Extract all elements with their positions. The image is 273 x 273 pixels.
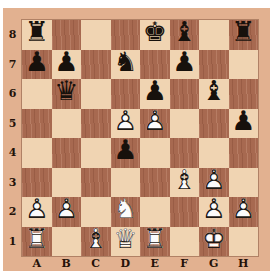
square-f3[interactable]: ♝♗ [170, 168, 200, 198]
black-rook-glyph: ♜ [22, 17, 52, 47]
square-e3[interactable] [140, 168, 170, 198]
square-a7[interactable]: ♟ [22, 50, 52, 80]
square-e4[interactable] [140, 138, 170, 168]
rank-label-2: 2 [3, 197, 22, 227]
white-pawn-outline: ♙ [199, 194, 229, 224]
piece-black-pawn[interactable]: ♟ [170, 47, 200, 77]
square-f2[interactable] [170, 197, 200, 227]
square-c3[interactable] [81, 168, 111, 198]
square-h4[interactable] [229, 138, 259, 168]
square-h1[interactable] [229, 227, 259, 257]
white-bishop-outline: ♗ [170, 165, 200, 195]
white-king-outline: ♔ [199, 224, 229, 254]
black-queen-glyph: ♛ [52, 76, 82, 106]
square-e8[interactable]: ♚ [140, 20, 170, 50]
white-bishop-outline: ♗ [81, 224, 111, 254]
black-pawn-glyph: ♟ [170, 47, 200, 77]
black-pawn-glyph: ♟ [140, 76, 170, 106]
white-pawn-outline: ♙ [229, 194, 259, 224]
piece-white-knight[interactable]: ♞♘ [111, 194, 141, 224]
chessboard-screenshot: 87654321 ABCDEFGH ♜♚♝♜♟♟♞♟♛♟♝♟♙♟♙♟♟♝♗♟♙♟… [0, 0, 273, 273]
square-b1[interactable] [52, 227, 82, 257]
file-label-b: B [52, 256, 82, 271]
square-c6[interactable] [81, 79, 111, 109]
file-label-h: H [229, 256, 259, 271]
white-knight-outline: ♘ [111, 194, 141, 224]
piece-white-bishop[interactable]: ♝♗ [81, 224, 111, 254]
file-label-c: C [81, 256, 111, 271]
piece-white-pawn[interactable]: ♟♙ [22, 194, 52, 224]
file-label-g: G [199, 256, 229, 271]
piece-black-bishop[interactable]: ♝ [170, 17, 200, 47]
square-d7[interactable]: ♞ [111, 50, 141, 80]
piece-black-queen[interactable]: ♛ [52, 76, 82, 106]
square-c4[interactable] [81, 138, 111, 168]
piece-black-bishop[interactable]: ♝ [199, 76, 229, 106]
square-f1[interactable] [170, 227, 200, 257]
rank-label-4: 4 [3, 138, 22, 168]
square-e1[interactable]: ♜♖ [140, 227, 170, 257]
file-label-e: E [140, 256, 170, 271]
rank-label-3: 3 [3, 168, 22, 198]
square-d1[interactable]: ♛♕ [111, 227, 141, 257]
piece-black-pawn[interactable]: ♟ [52, 47, 82, 77]
square-b6[interactable]: ♛ [52, 79, 82, 109]
black-pawn-glyph: ♟ [22, 47, 52, 77]
square-b2[interactable]: ♟♙ [52, 197, 82, 227]
rank-label-1: 1 [3, 227, 22, 257]
piece-black-rook[interactable]: ♜ [22, 17, 52, 47]
piece-white-rook[interactable]: ♜♖ [22, 224, 52, 254]
white-rook-outline: ♖ [22, 224, 52, 254]
square-f7[interactable]: ♟ [170, 50, 200, 80]
square-g5[interactable] [199, 109, 229, 139]
square-a4[interactable] [22, 138, 52, 168]
piece-black-pawn[interactable]: ♟ [140, 76, 170, 106]
piece-white-queen[interactable]: ♛♕ [111, 224, 141, 254]
white-rook-outline: ♖ [140, 224, 170, 254]
square-f5[interactable] [170, 109, 200, 139]
square-a5[interactable] [22, 109, 52, 139]
white-pawn-outline: ♙ [111, 106, 141, 136]
rank-label-7: 7 [3, 50, 22, 80]
white-pawn-outline: ♙ [140, 106, 170, 136]
piece-white-pawn[interactable]: ♟♙ [199, 165, 229, 195]
square-d4[interactable]: ♟ [111, 138, 141, 168]
rank-label-5: 5 [3, 109, 22, 139]
file-label-a: A [22, 256, 52, 271]
piece-black-pawn[interactable]: ♟ [22, 47, 52, 77]
black-pawn-glyph: ♟ [229, 106, 259, 136]
rank-labels: 87654321 [3, 20, 22, 256]
black-king-glyph: ♚ [140, 17, 170, 47]
piece-white-pawn[interactable]: ♟♙ [111, 106, 141, 136]
black-rook-glyph: ♜ [229, 17, 259, 47]
piece-white-pawn[interactable]: ♟♙ [140, 106, 170, 136]
square-h7[interactable] [229, 50, 259, 80]
white-pawn-outline: ♙ [52, 194, 82, 224]
black-pawn-glyph: ♟ [111, 135, 141, 165]
piece-black-rook[interactable]: ♜ [229, 17, 259, 47]
piece-white-pawn[interactable]: ♟♙ [199, 194, 229, 224]
white-pawn-outline: ♙ [199, 165, 229, 195]
square-e5[interactable]: ♟♙ [140, 109, 170, 139]
piece-black-knight[interactable]: ♞ [111, 47, 141, 77]
piece-white-rook[interactable]: ♜♖ [140, 224, 170, 254]
piece-white-king[interactable]: ♚♔ [199, 224, 229, 254]
file-label-f: F [170, 256, 200, 271]
square-b5[interactable] [52, 109, 82, 139]
square-c5[interactable] [81, 109, 111, 139]
black-bishop-glyph: ♝ [199, 76, 229, 106]
black-bishop-glyph: ♝ [170, 17, 200, 47]
square-c1[interactable]: ♝♗ [81, 227, 111, 257]
square-a6[interactable] [22, 79, 52, 109]
square-c7[interactable] [81, 50, 111, 80]
chess-board-frame: 87654321 ABCDEFGH ♜♚♝♜♟♟♞♟♛♟♝♟♙♟♙♟♟♝♗♟♙♟… [3, 8, 270, 271]
square-f6[interactable] [170, 79, 200, 109]
piece-white-pawn[interactable]: ♟♙ [52, 194, 82, 224]
piece-white-pawn[interactable]: ♟♙ [229, 194, 259, 224]
square-h8[interactable]: ♜ [229, 20, 259, 50]
square-b4[interactable] [52, 138, 82, 168]
squares-grid: ♜♚♝♜♟♟♞♟♛♟♝♟♙♟♙♟♟♝♗♟♙♟♙♟♙♞♘♟♙♟♙♜♖♝♗♛♕♜♖♚… [22, 20, 258, 256]
rank-label-6: 6 [3, 79, 22, 109]
square-a1[interactable]: ♜♖ [22, 227, 52, 257]
black-pawn-glyph: ♟ [52, 47, 82, 77]
file-labels: ABCDEFGH [22, 256, 258, 271]
square-h5[interactable]: ♟ [229, 109, 259, 139]
black-knight-glyph: ♞ [111, 47, 141, 77]
white-queen-outline: ♕ [111, 224, 141, 254]
piece-black-king[interactable]: ♚ [140, 17, 170, 47]
square-g1[interactable]: ♚♔ [199, 227, 229, 257]
file-label-d: D [111, 256, 141, 271]
square-c8[interactable] [81, 20, 111, 50]
square-h2[interactable]: ♟♙ [229, 197, 259, 227]
rank-label-8: 8 [3, 20, 22, 50]
white-pawn-outline: ♙ [22, 194, 52, 224]
piece-black-pawn[interactable]: ♟ [111, 135, 141, 165]
piece-white-bishop[interactable]: ♝♗ [170, 165, 200, 195]
square-g8[interactable] [199, 20, 229, 50]
square-g6[interactable]: ♝ [199, 79, 229, 109]
piece-black-pawn[interactable]: ♟ [229, 106, 259, 136]
